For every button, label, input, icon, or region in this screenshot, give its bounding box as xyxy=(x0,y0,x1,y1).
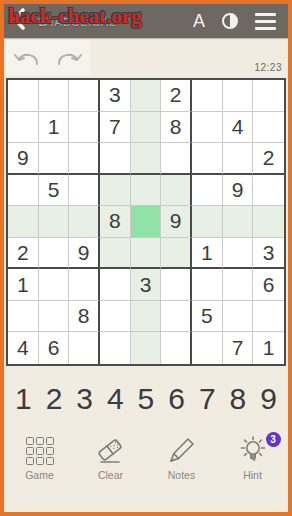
sudoku-cell-r8c7[interactable]: 5 xyxy=(192,301,223,333)
sudoku-cell-r4c4[interactable] xyxy=(100,175,131,207)
sudoku-cell-r6c7[interactable]: 1 xyxy=(192,238,223,270)
sudoku-cell-r8c1[interactable] xyxy=(8,301,39,333)
sudoku-cell-r4c5[interactable] xyxy=(131,175,162,207)
chevron-left-icon xyxy=(11,8,27,34)
sudoku-cell-r6c2[interactable] xyxy=(39,238,70,270)
sudoku-cell-r6c8[interactable] xyxy=(223,238,254,270)
clear-button[interactable]: Clear xyxy=(81,436,141,481)
sudoku-cell-r5c9[interactable] xyxy=(253,206,284,238)
sudoku-cell-r1c3[interactable] xyxy=(69,80,100,112)
sudoku-cell-r7c4[interactable] xyxy=(100,269,131,301)
header: Diabolical A xyxy=(4,4,288,38)
number-pad: 123456789 xyxy=(4,366,288,432)
sudoku-cell-r5c2[interactable] xyxy=(39,206,70,238)
game-button-label: Game xyxy=(25,469,54,481)
sudoku-cell-r5c4[interactable]: 8 xyxy=(100,206,131,238)
bottom-toolbar: Game Clear xyxy=(4,432,288,494)
numpad-3[interactable]: 3 xyxy=(71,382,99,416)
undo-bar: 12:23 xyxy=(4,38,288,78)
numpad-1[interactable]: 1 xyxy=(9,382,37,416)
eraser-icon xyxy=(94,436,128,466)
sudoku-cell-r8c6[interactable] xyxy=(161,301,192,333)
sudoku-cell-r2c9[interactable] xyxy=(253,112,284,144)
sudoku-cell-r3c7[interactable] xyxy=(192,143,223,175)
bulb-icon xyxy=(236,436,270,466)
sudoku-cell-r8c3[interactable]: 8 xyxy=(69,301,100,333)
sudoku-cell-r4c2[interactable]: 5 xyxy=(39,175,70,207)
sudoku-cell-r1c4[interactable]: 3 xyxy=(100,80,131,112)
sudoku-cell-r4c7[interactable] xyxy=(192,175,223,207)
sudoku-cell-r2c3[interactable] xyxy=(69,112,100,144)
sudoku-cell-r6c1[interactable]: 2 xyxy=(8,238,39,270)
sudoku-cell-r6c9[interactable]: 3 xyxy=(253,238,284,270)
sudoku-cell-r4c1[interactable] xyxy=(8,175,39,207)
sudoku-cell-r5c7[interactable] xyxy=(192,206,223,238)
sudoku-cell-r3c6[interactable] xyxy=(161,143,192,175)
sudoku-cell-r9c8[interactable]: 7 xyxy=(223,332,254,364)
sudoku-cell-r7c6[interactable] xyxy=(161,269,192,301)
sudoku-cell-r6c5[interactable] xyxy=(131,238,162,270)
sudoku-cell-r2c5[interactable] xyxy=(131,112,162,144)
sudoku-cell-r3c9[interactable]: 2 xyxy=(253,143,284,175)
hint-button[interactable]: Hint 3 xyxy=(223,436,283,481)
sudoku-cell-r3c1[interactable]: 9 xyxy=(8,143,39,175)
sudoku-cell-r3c5[interactable] xyxy=(131,143,162,175)
sudoku-cell-r3c8[interactable] xyxy=(223,143,254,175)
redo-button[interactable] xyxy=(54,48,84,68)
sudoku-cell-r9c5[interactable] xyxy=(131,332,162,364)
sudoku-cell-r7c8[interactable] xyxy=(223,269,254,301)
numpad-6[interactable]: 6 xyxy=(163,382,191,416)
sudoku-cell-r9c4[interactable] xyxy=(100,332,131,364)
hint-badge: 3 xyxy=(266,432,281,447)
sudoku-cell-r5c8[interactable] xyxy=(223,206,254,238)
app-window: hack-cheat.org Diabolical A xyxy=(0,0,292,516)
pencil-icon xyxy=(166,436,198,466)
menu-icon[interactable] xyxy=(255,13,276,30)
numpad-7[interactable]: 7 xyxy=(193,382,221,416)
clear-button-label: Clear xyxy=(98,469,123,481)
sudoku-cell-r5c1[interactable] xyxy=(8,206,39,238)
sudoku-cell-r6c3[interactable]: 9 xyxy=(69,238,100,270)
sudoku-cell-r6c4[interactable] xyxy=(100,238,131,270)
sudoku-cell-r1c8[interactable] xyxy=(223,80,254,112)
sudoku-cell-r4c9[interactable] xyxy=(253,175,284,207)
sudoku-cell-r8c8[interactable] xyxy=(223,301,254,333)
grid-icon xyxy=(26,436,54,466)
sudoku-cell-r6c6[interactable] xyxy=(161,238,192,270)
contrast-icon[interactable] xyxy=(222,13,238,29)
sudoku-cell-r9c9[interactable]: 1 xyxy=(253,332,284,364)
sudoku-cell-r8c4[interactable] xyxy=(100,301,131,333)
sudoku-cell-r1c9[interactable] xyxy=(253,80,284,112)
sudoku-cell-r5c6[interactable]: 9 xyxy=(161,206,192,238)
sudoku-cell-r2c1[interactable] xyxy=(8,112,39,144)
sudoku-cell-r9c7[interactable] xyxy=(192,332,223,364)
sudoku-cell-r2c2[interactable]: 1 xyxy=(39,112,70,144)
sudoku-cell-r9c6[interactable] xyxy=(161,332,192,364)
sudoku-cell-r4c3[interactable] xyxy=(69,175,100,207)
sudoku-cell-r3c2[interactable] xyxy=(39,143,70,175)
sudoku-cell-r4c8[interactable]: 9 xyxy=(223,175,254,207)
sudoku-cell-r1c7[interactable] xyxy=(192,80,223,112)
sudoku-cell-r2c6[interactable]: 8 xyxy=(161,112,192,144)
sudoku-cell-r5c5[interactable] xyxy=(131,206,162,238)
sudoku-cell-r7c1[interactable]: 1 xyxy=(8,269,39,301)
game-button[interactable]: Game xyxy=(10,436,70,481)
sudoku-cell-r1c1[interactable] xyxy=(8,80,39,112)
sudoku-cell-r2c4[interactable]: 7 xyxy=(100,112,131,144)
sudoku-cell-r2c7[interactable] xyxy=(192,112,223,144)
sudoku-cell-r7c9[interactable]: 6 xyxy=(253,269,284,301)
numpad-8[interactable]: 8 xyxy=(224,382,252,416)
hint-button-label: Hint xyxy=(243,469,262,481)
sudoku-cell-r5c3[interactable] xyxy=(69,206,100,238)
page-title: Diabolical xyxy=(38,12,116,30)
sudoku-cell-r8c5[interactable] xyxy=(131,301,162,333)
sudoku-cell-r9c1[interactable]: 4 xyxy=(8,332,39,364)
notes-button-label: Notes xyxy=(168,469,195,481)
sudoku-cell-r1c5[interactable] xyxy=(131,80,162,112)
numpad-9[interactable]: 9 xyxy=(255,382,283,416)
notes-button[interactable]: Notes xyxy=(152,436,212,481)
sudoku-cell-r2c8[interactable]: 4 xyxy=(223,112,254,144)
font-size-button[interactable]: A xyxy=(193,12,205,30)
sudoku-cell-r1c2[interactable] xyxy=(39,80,70,112)
undo-button[interactable] xyxy=(12,48,42,68)
sudoku-cell-r3c3[interactable] xyxy=(69,143,100,175)
numpad-4[interactable]: 4 xyxy=(101,382,129,416)
back-button[interactable] xyxy=(4,4,34,38)
undo-panel xyxy=(6,40,90,76)
sudoku-cell-r7c7[interactable] xyxy=(192,269,223,301)
numpad-5[interactable]: 5 xyxy=(132,382,160,416)
sudoku-cell-r7c2[interactable] xyxy=(39,269,70,301)
sudoku-cell-r8c2[interactable] xyxy=(39,301,70,333)
sudoku-cell-r8c9[interactable] xyxy=(253,301,284,333)
sudoku-cell-r7c3[interactable] xyxy=(69,269,100,301)
numpad-2[interactable]: 2 xyxy=(40,382,68,416)
sudoku-cell-r4c6[interactable] xyxy=(161,175,192,207)
sudoku-cell-r9c2[interactable]: 6 xyxy=(39,332,70,364)
sudoku-cell-r1c6[interactable]: 2 xyxy=(161,80,192,112)
sudoku-cell-r7c5[interactable]: 3 xyxy=(131,269,162,301)
sudoku-cell-r9c3[interactable] xyxy=(69,332,100,364)
timer: 12:23 xyxy=(254,62,282,73)
sudoku-cell-r3c4[interactable] xyxy=(100,143,131,175)
sudoku-grid: 3217849259892913136854671 xyxy=(6,78,286,366)
